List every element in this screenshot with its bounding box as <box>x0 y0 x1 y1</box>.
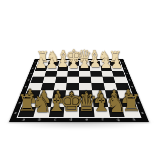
rank-label: 6 <box>133 90 138 98</box>
file-label: b <box>31 118 48 122</box>
board-square <box>65 98 79 107</box>
file-label: f <box>95 118 111 122</box>
board-square <box>79 83 92 90</box>
board-square <box>66 83 79 90</box>
board-square <box>48 107 64 117</box>
file-labels: abcdefgh <box>15 118 143 122</box>
file-label: c <box>47 118 63 122</box>
file-label: a <box>15 118 32 122</box>
board-square <box>52 90 66 98</box>
file-label: e <box>79 118 95 122</box>
board-square <box>53 83 66 90</box>
board-square <box>79 107 94 117</box>
board-square <box>64 107 79 117</box>
product-photo-scene: abcdefgh 12345678 12345678 ♜♞♝♚♛♝♞♜♟♟♟♟♟… <box>0 0 160 160</box>
chess-board-mat: abcdefgh 12345678 12345678 <box>9 59 149 122</box>
board-square <box>50 98 65 107</box>
rank-label: 8 <box>139 108 145 118</box>
rank-label: 5 <box>130 83 135 90</box>
rank-label: 7 <box>136 98 142 107</box>
file-label: g <box>110 118 127 122</box>
file-label: h <box>126 118 143 122</box>
board-square <box>79 98 93 107</box>
file-label: d <box>63 118 79 122</box>
board-square <box>79 90 93 98</box>
board-square <box>65 90 79 98</box>
